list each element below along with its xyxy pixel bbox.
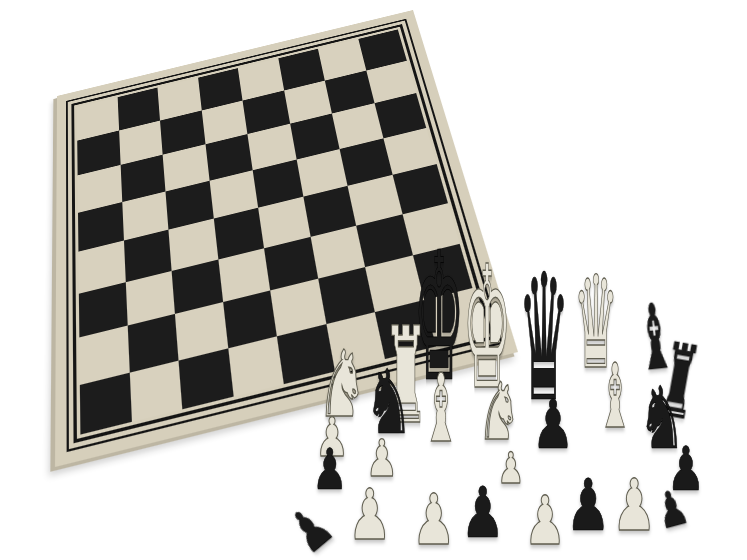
piece-black-pawn: ♟ — [461, 478, 505, 548]
piece-white-pawn: ♟ — [348, 480, 392, 550]
scattered-pieces: ♚♚♛♛♝♜♜♞♞♝♝♞♞♟♟♟♟♟♟♟♟♟♟♟♟♟♟ — [0, 0, 747, 560]
piece-white-pawn: ♟ — [412, 485, 456, 555]
piece-black-pawn: ♟ — [312, 442, 348, 499]
piece-black-pawn: ♟ — [532, 391, 575, 459]
piece-white-bishop: ♝ — [597, 352, 633, 441]
piece-white-pawn: ♟ — [611, 469, 656, 541]
chess-set-product-photo: ♚♚♛♛♝♜♜♞♞♝♝♞♞♟♟♟♟♟♟♟♟♟♟♟♟♟♟ — [0, 0, 747, 560]
piece-white-knight: ♞ — [477, 372, 520, 451]
piece-white-bishop: ♝ — [422, 361, 460, 456]
piece-black-pawn: ♟ — [565, 469, 610, 541]
piece-white-pawn: ♟ — [524, 487, 567, 555]
piece-black-pawn: ♟ — [279, 497, 343, 560]
